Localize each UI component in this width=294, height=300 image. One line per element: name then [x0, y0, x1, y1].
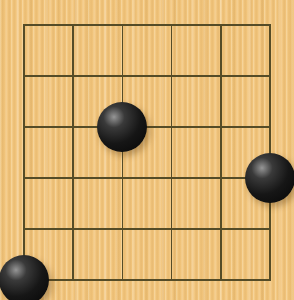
go-board[interactable]	[0, 0, 294, 300]
black-stone[interactable]	[97, 102, 147, 152]
grid-line-horizontal	[23, 177, 271, 179]
black-stone[interactable]	[245, 153, 294, 203]
grid-line-horizontal	[23, 75, 271, 77]
grid-line-horizontal	[23, 228, 271, 230]
grid-line-vertical	[72, 24, 74, 281]
grid-line-horizontal	[23, 279, 271, 281]
black-stone[interactable]	[0, 255, 49, 300]
grid-line-vertical	[171, 24, 173, 281]
grid-line-vertical	[122, 24, 124, 281]
grid-line-horizontal	[23, 24, 271, 26]
grid-line-vertical	[23, 24, 25, 281]
grid-line-vertical	[220, 24, 222, 281]
